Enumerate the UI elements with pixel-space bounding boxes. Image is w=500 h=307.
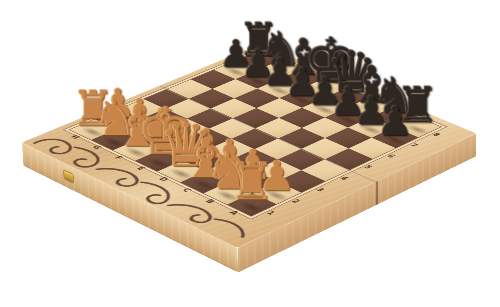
piece-glyph: ♟ [373,101,417,141]
piece-layer: ♜♞♝♛♚♝♞♜♟♟♟♟♟♟♟♟♟♟♟♟♟♟♟♟♜♞♝♛♚♝♞♜ [22,44,477,248]
black-pawn[interactable]: ♟ [373,69,417,143]
white-rook[interactable]: ♜ [229,132,275,210]
piece-glyph: ♜ [229,156,275,208]
fold-seam-side [376,181,378,206]
board-top-face: ABCDEFGH 12345678 ♜♞♝♛♚♝♞♜♟♟♟♟♟♟♟♟♟♟♟♟♟♟… [22,44,477,248]
product-photo-scene: ABCDEFGH 12345678 ♜♞♝♛♚♝♞♜♟♟♟♟♟♟♟♟♟♟♟♟♟♟… [0,0,500,307]
brass-clasp-icon [64,170,74,183]
chess-board: ABCDEFGH 12345678 ♜♞♝♛♚♝♞♜♟♟♟♟♟♟♟♟♟♟♟♟♟♟… [22,44,477,248]
